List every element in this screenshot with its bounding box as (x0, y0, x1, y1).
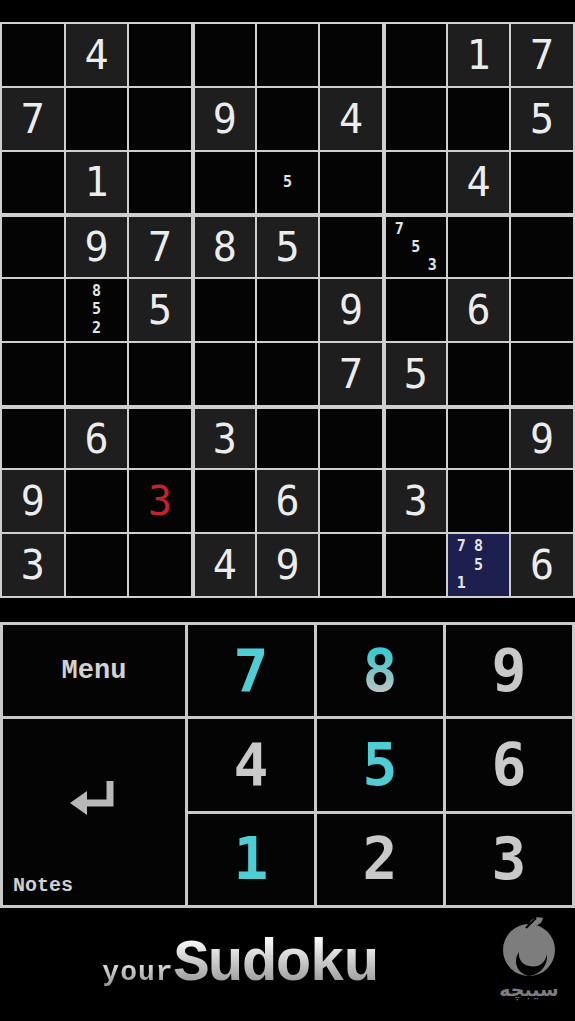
board-cell-r5c2[interactable]: 852 (66, 279, 128, 341)
board-cell-r1c9[interactable]: 7 (511, 24, 573, 86)
board-cell-r6c2[interactable] (66, 343, 128, 405)
cell-value-given: 9 (84, 227, 108, 267)
board-cell-r5c8[interactable]: 6 (448, 279, 510, 341)
board-cell-r6c3[interactable] (129, 343, 191, 405)
note-digit (296, 173, 313, 192)
board-cell-r1c7[interactable] (384, 24, 446, 86)
board-cell-r8c3[interactable]: 3 (129, 470, 191, 532)
notes-button[interactable]: Notes (3, 719, 185, 905)
keypad-digit-9[interactable]: 9 (446, 625, 572, 716)
board-cell-r5c5[interactable] (257, 279, 319, 341)
cell-value-given: 7 (530, 35, 554, 75)
cell-value-given: 4 (213, 545, 237, 585)
board-cell-r7c3[interactable] (129, 407, 191, 469)
note-digit (487, 556, 504, 575)
board-cell-r3c4[interactable] (193, 152, 255, 214)
board-cell-r2c2[interactable] (66, 88, 128, 150)
board-cell-r5c1[interactable] (2, 279, 64, 341)
store-logo-text: سیبچه (491, 978, 567, 1000)
cell-value-given: 4 (84, 35, 108, 75)
cell-value-given: 4 (339, 99, 363, 139)
cell-value-given: 6 (84, 419, 108, 459)
cell-pencil-notes: 5 (257, 152, 319, 214)
board-cell-r3c8[interactable]: 4 (448, 152, 510, 214)
board-cell-r2c5[interactable] (257, 88, 319, 150)
status-bar-area (0, 0, 575, 22)
note-digit (71, 282, 88, 301)
board-cell-r9c2[interactable] (66, 534, 128, 596)
keypad-digit-8[interactable]: 8 (317, 625, 443, 716)
note-digit: 5 (279, 173, 296, 192)
cell-pencil-notes: 753 (386, 217, 446, 277)
keypad-digit-4[interactable]: 4 (188, 719, 314, 810)
apple-logo-icon (498, 916, 560, 978)
note-digit (262, 192, 279, 211)
board-cell-r3c5[interactable]: 5 (257, 152, 319, 214)
keypad-digit-label: 4 (234, 736, 269, 794)
board-cell-r8c4[interactable] (193, 470, 255, 532)
keypad-digit-7[interactable]: 7 (188, 625, 314, 716)
cell-value-given: 7 (339, 354, 363, 394)
wordmark-prefix: your (102, 957, 173, 988)
board-cell-r2c8[interactable] (448, 88, 510, 150)
board-cell-r1c8[interactable]: 1 (448, 24, 510, 86)
cell-value-given: 5 (275, 227, 299, 267)
board-cell-r3c7[interactable] (384, 152, 446, 214)
cell-value-given: 9 (339, 290, 363, 330)
note-digit: 2 (88, 319, 105, 338)
notes-button-label: Notes (13, 874, 73, 897)
cell-value-given: 1 (466, 35, 490, 75)
note-digit (391, 238, 408, 256)
board-cell-r5c6[interactable]: 9 (320, 279, 382, 341)
board-cell-r4c3[interactable]: 7 (129, 215, 191, 277)
cell-value-given: 5 (530, 99, 554, 139)
board-cell-r7c4[interactable]: 3 (193, 407, 255, 469)
board-cell-r4c1[interactable] (2, 215, 64, 277)
note-digit: 5 (88, 301, 105, 320)
note-digit (105, 301, 122, 320)
board-cell-r2c1[interactable]: 7 (2, 88, 64, 150)
note-digit: 5 (408, 238, 425, 256)
board-cell-r4c6[interactable] (320, 215, 382, 277)
board-cell-r1c1[interactable] (2, 24, 64, 86)
cell-value-error: 3 (148, 481, 172, 521)
cell-pencil-notes: 7851 (448, 534, 510, 596)
note-digit (487, 574, 504, 593)
sudoku-board: 4177945154978575385259675639936334978516 (0, 22, 575, 598)
note-digit: 1 (453, 574, 470, 593)
note-digit: 7 (391, 220, 408, 238)
cell-value-given: 6 (275, 481, 299, 521)
note-digit: 5 (470, 556, 487, 575)
board-cell-r3c1[interactable] (2, 152, 64, 214)
board-cell-r8c5[interactable]: 6 (257, 470, 319, 532)
board-cell-r5c7[interactable] (384, 279, 446, 341)
cell-value-given: 9 (213, 99, 237, 139)
branding-footer: yourSudoku سیبچه (0, 908, 575, 1021)
note-digit (71, 319, 88, 338)
cell-pencil-notes: 852 (66, 279, 128, 341)
board-cell-r6c7[interactable]: 5 (384, 343, 446, 405)
board-cell-r4c5[interactable]: 5 (257, 215, 319, 277)
board-cell-r1c6[interactable] (320, 24, 382, 86)
board-cell-r4c4[interactable]: 8 (193, 215, 255, 277)
app-wordmark: yourSudoku (0, 930, 480, 998)
board-cell-r8c9[interactable] (511, 470, 573, 532)
keypad-digit-label: 1 (234, 830, 269, 888)
board-cell-r3c9[interactable] (511, 152, 573, 214)
board-cell-r8c7[interactable]: 3 (384, 470, 446, 532)
cell-value-given: 7 (21, 99, 45, 139)
note-digit (105, 319, 122, 338)
note-digit (408, 220, 425, 238)
note-digit (391, 256, 408, 274)
board-cell-r2c7[interactable] (384, 88, 446, 150)
note-digit (296, 155, 313, 174)
board-cell-r9c3[interactable] (129, 534, 191, 596)
board-cell-r9c9[interactable]: 6 (511, 534, 573, 596)
note-digit: 8 (470, 537, 487, 556)
board-cell-r7c7[interactable] (384, 407, 446, 469)
cell-value-given: 4 (466, 162, 490, 202)
board-cell-r7c2[interactable]: 6 (66, 407, 128, 469)
keypad-digit-label: 8 (363, 642, 398, 700)
board-cell-r6c5[interactable] (257, 343, 319, 405)
cell-value-given: 6 (530, 545, 554, 585)
cell-value-given: 9 (530, 419, 554, 459)
board-cell-r1c5[interactable] (257, 24, 319, 86)
cell-value-given: 3 (404, 481, 428, 521)
number-keypad: Menu Notes 789456123 (0, 622, 575, 908)
board-cell-r4c2[interactable]: 9 (66, 215, 128, 277)
keypad-digit-2[interactable]: 2 (317, 814, 443, 905)
board-cell-r9c5[interactable]: 9 (257, 534, 319, 596)
board-cell-r9c8[interactable]: 7851 (448, 534, 510, 596)
note-digit (262, 173, 279, 192)
board-cell-r8c2[interactable] (66, 470, 128, 532)
board-cell-r5c4[interactable] (193, 279, 255, 341)
sibche-store-logo: سیبچه (491, 916, 567, 1016)
keypad-digit-label: 5 (363, 736, 398, 794)
cell-value-given: 3 (213, 419, 237, 459)
keypad-digit-1[interactable]: 1 (188, 814, 314, 905)
cell-value-given: 9 (275, 545, 299, 585)
board-cell-r3c2[interactable]: 1 (66, 152, 128, 214)
board-cell-r8c8[interactable] (448, 470, 510, 532)
board-cell-r3c3[interactable] (129, 152, 191, 214)
menu-button[interactable]: Menu (3, 625, 185, 716)
board-cell-r9c7[interactable] (384, 534, 446, 596)
note-digit (105, 282, 122, 301)
board-cell-r2c6[interactable]: 4 (320, 88, 382, 150)
note-digit: 3 (424, 256, 441, 274)
note-digit (470, 574, 487, 593)
board-cell-r8c1[interactable]: 9 (2, 470, 64, 532)
wordmark-title: Sudoku (174, 930, 378, 998)
keypad-digit-label: 9 (492, 642, 527, 700)
cell-value-given: 5 (148, 290, 172, 330)
cell-value-given: 6 (466, 290, 490, 330)
board-cell-r7c5[interactable] (257, 407, 319, 469)
note-digit (424, 238, 441, 256)
board-cell-r6c6[interactable]: 7 (320, 343, 382, 405)
board-cell-r5c9[interactable] (511, 279, 573, 341)
board-cell-r2c9[interactable]: 5 (511, 88, 573, 150)
cell-value-given: 3 (21, 545, 45, 585)
note-digit (424, 220, 441, 238)
board-cell-r2c4[interactable]: 9 (193, 88, 255, 150)
board-cell-r4c9[interactable] (511, 215, 573, 277)
note-digit (296, 192, 313, 211)
keypad-digit-label: 7 (234, 642, 269, 700)
cell-value-given: 7 (148, 227, 172, 267)
cell-value-given: 8 (213, 227, 237, 267)
board-cell-r1c4[interactable] (193, 24, 255, 86)
note-digit (71, 301, 88, 320)
cell-value-given: 9 (21, 481, 45, 521)
cell-value-given: 5 (404, 354, 428, 394)
note-digit (279, 192, 296, 211)
return-arrow-icon (66, 777, 122, 827)
keypad-digit-label: 3 (492, 830, 527, 888)
board-cell-r7c8[interactable] (448, 407, 510, 469)
board-cell-r6c4[interactable] (193, 343, 255, 405)
note-digit (262, 155, 279, 174)
board-cell-r4c8[interactable] (448, 215, 510, 277)
board-cell-r6c9[interactable] (511, 343, 573, 405)
board-cell-r6c8[interactable] (448, 343, 510, 405)
note-digit: 8 (88, 282, 105, 301)
keypad-digit-3[interactable]: 3 (446, 814, 572, 905)
note-digit (453, 556, 470, 575)
board-cell-r6c1[interactable] (2, 343, 64, 405)
note-digit (279, 155, 296, 174)
board-cell-r8c6[interactable] (320, 470, 382, 532)
board-cell-r9c1[interactable]: 3 (2, 534, 64, 596)
note-digit: 7 (453, 537, 470, 556)
keypad-digit-6[interactable]: 6 (446, 719, 572, 810)
board-cell-r9c4[interactable]: 4 (193, 534, 255, 596)
board-cell-r9c6[interactable] (320, 534, 382, 596)
note-digit (408, 256, 425, 274)
board-cell-r5c3[interactable]: 5 (129, 279, 191, 341)
board-cell-r1c3[interactable] (129, 24, 191, 86)
board-cell-r1c2[interactable]: 4 (66, 24, 128, 86)
note-digit (487, 537, 504, 556)
keypad-digit-label: 2 (363, 830, 398, 888)
keypad-digit-5[interactable]: 5 (317, 719, 443, 810)
board-cell-r7c9[interactable]: 9 (511, 407, 573, 469)
board-cell-r7c1[interactable] (2, 407, 64, 469)
board-cell-r3c6[interactable] (320, 152, 382, 214)
keypad-digit-label: 6 (492, 736, 527, 794)
board-cell-r7c6[interactable] (320, 407, 382, 469)
cell-value-given: 1 (84, 162, 108, 202)
board-cell-r4c7[interactable]: 753 (384, 215, 446, 277)
board-cell-r2c3[interactable] (129, 88, 191, 150)
